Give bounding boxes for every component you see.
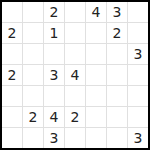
cell-r5c5-empty[interactable] — [86, 86, 106, 106]
cell-r4c2-empty[interactable] — [23, 65, 43, 85]
cell-r5c1-empty[interactable] — [2, 86, 22, 106]
minesweeper-board: 243212323424233 — [0, 0, 150, 150]
cell-r5c4-empty[interactable] — [65, 86, 85, 106]
cell-r1c7-empty[interactable] — [128, 2, 148, 22]
cell-r3c1-empty[interactable] — [2, 44, 22, 64]
cell-r3c5-empty[interactable] — [86, 44, 106, 64]
cell-r1c2-empty[interactable] — [23, 2, 43, 22]
cell-r4c7-empty[interactable] — [128, 65, 148, 85]
cell-r4c4-clue: 4 — [65, 65, 85, 85]
cell-r2c2-empty[interactable] — [23, 23, 43, 43]
cell-r7c3-clue: 3 — [44, 128, 64, 148]
cell-r4c6-empty[interactable] — [107, 65, 127, 85]
cell-r6c5-empty[interactable] — [86, 107, 106, 127]
cell-r6c2-clue: 2 — [23, 107, 43, 127]
cell-r3c3-empty[interactable] — [44, 44, 64, 64]
cell-r7c5-empty[interactable] — [86, 128, 106, 148]
cell-r2c5-empty[interactable] — [86, 23, 106, 43]
cell-r5c6-empty[interactable] — [107, 86, 127, 106]
cell-r2c1-clue: 2 — [2, 23, 22, 43]
cell-r3c7-clue: 3 — [128, 44, 148, 64]
cell-r6c4-clue: 2 — [65, 107, 85, 127]
cell-r6c7-empty[interactable] — [128, 107, 148, 127]
cell-r2c4-empty[interactable] — [65, 23, 85, 43]
cell-r5c7-empty[interactable] — [128, 86, 148, 106]
cell-r7c1-empty[interactable] — [2, 128, 22, 148]
cell-r2c7-empty[interactable] — [128, 23, 148, 43]
cell-r4c1-clue: 2 — [2, 65, 22, 85]
cell-r3c6-empty[interactable] — [107, 44, 127, 64]
cell-r1c5-clue: 4 — [86, 2, 106, 22]
cell-r7c6-empty[interactable] — [107, 128, 127, 148]
cell-r2c3-clue: 1 — [44, 23, 64, 43]
cell-r2c6-clue: 2 — [107, 23, 127, 43]
cell-r1c3-clue: 2 — [44, 2, 64, 22]
cell-r1c1-empty[interactable] — [2, 2, 22, 22]
cell-r5c3-empty[interactable] — [44, 86, 64, 106]
cell-r6c6-empty[interactable] — [107, 107, 127, 127]
cell-r7c4-empty[interactable] — [65, 128, 85, 148]
cell-r6c3-clue: 4 — [44, 107, 64, 127]
cell-r3c2-empty[interactable] — [23, 44, 43, 64]
cell-r7c2-empty[interactable] — [23, 128, 43, 148]
cell-r4c3-clue: 3 — [44, 65, 64, 85]
cell-r1c6-clue: 3 — [107, 2, 127, 22]
cell-r4c5-empty[interactable] — [86, 65, 106, 85]
cell-r5c2-empty[interactable] — [23, 86, 43, 106]
cell-r6c1-empty[interactable] — [2, 107, 22, 127]
cell-r1c4-empty[interactable] — [65, 2, 85, 22]
cell-r3c4-empty[interactable] — [65, 44, 85, 64]
cell-r7c7-clue: 3 — [128, 128, 148, 148]
